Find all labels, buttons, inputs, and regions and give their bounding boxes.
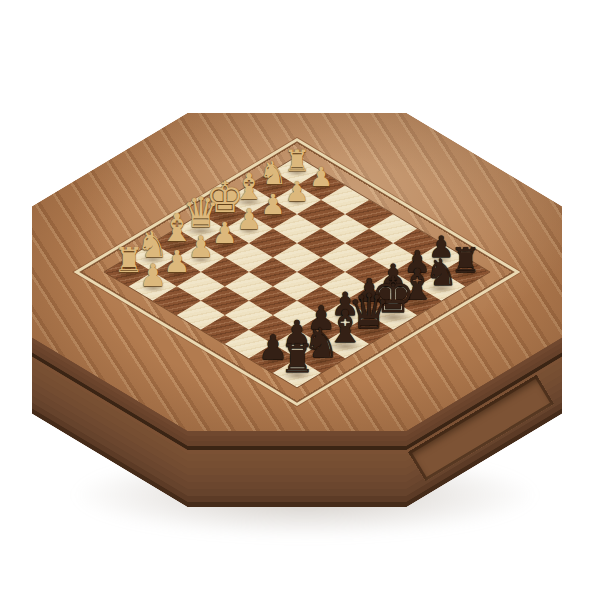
white-pawn-h2: ♟	[309, 164, 333, 191]
white-pawn-b2: ♟	[163, 247, 190, 277]
pieces-layer: ♜♟♞♟♝♟♚♟♛♟♝♟♟♞♜♟♟♜♞♟♟♝♟♚♟♛♟♝♟♞♟♜	[0, 0, 600, 600]
white-pawn-e2: ♟	[236, 205, 261, 233]
white-pawn-d2: ♟	[212, 219, 238, 248]
white-pawn-g2: ♟	[285, 178, 309, 205]
white-rook-h1: ♜	[284, 147, 310, 176]
white-pawn-f2: ♟	[260, 192, 285, 220]
scene: ♜♟♞♟♝♟♚♟♛♟♝♟♟♞♜♟♟♜♞♟♟♝♟♚♟♛♟♝♟♞♟♜	[0, 0, 600, 600]
white-pawn-a2: ♟	[139, 261, 167, 292]
black-rook-a8: ♜	[279, 339, 314, 378]
white-pawn-c2: ♟	[188, 233, 215, 263]
